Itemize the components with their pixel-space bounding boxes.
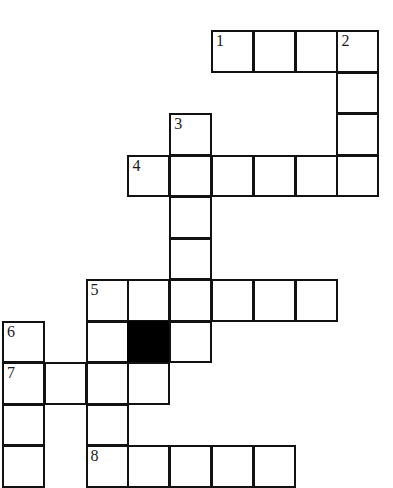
clue-number: 8 xyxy=(91,447,99,465)
cell-r3c4[interactable] xyxy=(169,155,212,198)
cell-r0c5[interactable]: 1 xyxy=(211,30,254,73)
cell-r6c3[interactable] xyxy=(127,279,170,322)
cell-r5c4[interactable] xyxy=(169,238,212,281)
cell-r8c2[interactable] xyxy=(86,362,129,405)
cell-r10c5[interactable] xyxy=(211,445,254,488)
cell-r6c6[interactable] xyxy=(253,279,296,322)
clue-number: 4 xyxy=(132,157,140,175)
black-cell xyxy=(127,321,170,364)
crossword-grid: 12345678 xyxy=(0,0,393,488)
clue-number: 1 xyxy=(216,32,224,50)
cell-r3c6[interactable] xyxy=(253,155,296,198)
clue-number: 2 xyxy=(341,32,349,50)
cell-r3c7[interactable] xyxy=(295,155,338,198)
cell-r0c6[interactable] xyxy=(253,30,296,73)
cell-r10c3[interactable] xyxy=(127,445,170,488)
cell-r7c0[interactable]: 6 xyxy=(2,321,45,364)
cell-r1c8[interactable] xyxy=(336,72,379,115)
cell-r8c3[interactable] xyxy=(127,362,170,405)
cell-r8c1[interactable] xyxy=(44,362,87,405)
cell-r6c2[interactable]: 5 xyxy=(86,279,129,322)
cell-r3c8[interactable] xyxy=(336,155,379,198)
cell-r6c4[interactable] xyxy=(169,279,212,322)
cell-r10c4[interactable] xyxy=(169,445,212,488)
cell-r2c8[interactable] xyxy=(336,113,379,156)
cell-r3c5[interactable] xyxy=(211,155,254,198)
cell-r0c8[interactable]: 2 xyxy=(336,30,379,73)
cell-r0c7[interactable] xyxy=(295,30,338,73)
clue-number: 5 xyxy=(91,281,99,299)
clue-number: 3 xyxy=(174,115,182,133)
cell-r10c6[interactable] xyxy=(253,445,296,488)
cell-r10c0[interactable] xyxy=(2,445,45,488)
cell-r9c2[interactable] xyxy=(86,404,129,447)
cell-r8c0[interactable]: 7 xyxy=(2,362,45,405)
clue-number: 6 xyxy=(7,323,15,341)
cell-r2c4[interactable]: 3 xyxy=(169,113,212,156)
cell-r3c3[interactable]: 4 xyxy=(127,155,170,198)
clue-number: 7 xyxy=(7,364,15,382)
cell-r7c4[interactable] xyxy=(169,321,212,364)
cell-r6c7[interactable] xyxy=(295,279,338,322)
cell-r10c2[interactable]: 8 xyxy=(86,445,129,488)
cell-r9c0[interactable] xyxy=(2,404,45,447)
cell-r7c2[interactable] xyxy=(86,321,129,364)
cell-r6c5[interactable] xyxy=(211,279,254,322)
cell-r4c4[interactable] xyxy=(169,196,212,239)
